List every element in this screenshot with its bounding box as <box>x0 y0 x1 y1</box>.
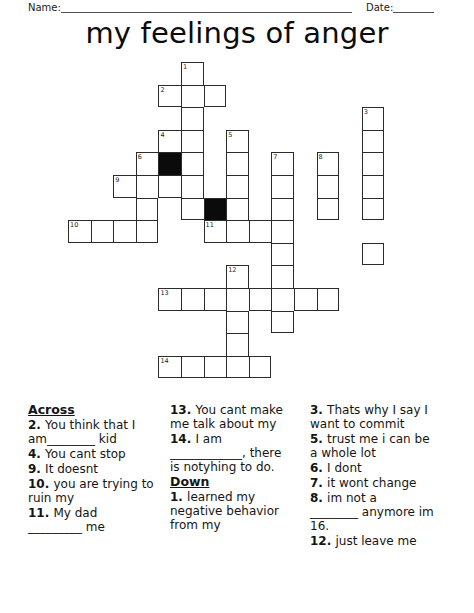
cell-r10c6[interactable] <box>204 288 227 311</box>
empty-space <box>136 311 159 334</box>
clue-number-13: 13 <box>160 289 168 297</box>
clue-12: 12. just leave me <box>310 534 470 548</box>
empty-space <box>294 130 317 153</box>
empty-space <box>158 198 181 221</box>
cell-r1c6[interactable] <box>204 85 227 108</box>
empty-space <box>113 288 136 311</box>
empty-space <box>181 333 204 356</box>
cell-r3c7[interactable]: 5 <box>226 130 249 153</box>
empty-space <box>91 311 114 334</box>
empty-space <box>68 265 91 288</box>
clue-10: 10. you are trying to ruin my <box>28 477 178 505</box>
empty-space <box>339 311 362 334</box>
empty-space <box>68 311 91 334</box>
clue-number-3: 3 <box>364 108 368 116</box>
empty-space <box>91 265 114 288</box>
empty-space <box>158 311 181 334</box>
empty-space <box>68 333 91 356</box>
empty-space <box>91 107 114 130</box>
empty-space <box>362 220 385 243</box>
empty-space <box>136 333 159 356</box>
cell-r13c6[interactable] <box>204 356 227 379</box>
empty-space <box>339 356 362 379</box>
clue-number-2: 2 <box>160 86 164 94</box>
empty-space <box>113 85 136 108</box>
empty-space <box>113 333 136 356</box>
empty-space <box>204 243 227 266</box>
empty-space <box>204 265 227 288</box>
clue-8: 8. im not a ________ anymore im 16. <box>310 491 470 533</box>
cell-r7c1[interactable] <box>91 220 114 243</box>
cell-r7c7[interactable] <box>226 220 249 243</box>
empty-space <box>136 107 159 130</box>
clue-column-down: 3. Thats why I say I want to commit5. tr… <box>310 403 470 549</box>
puzzle-title: my feelings of anger <box>0 16 474 50</box>
cell-r13c5[interactable] <box>181 356 204 379</box>
cell-r5c2[interactable]: 9 <box>113 175 136 198</box>
empty-space <box>294 175 317 198</box>
cell-r2c5[interactable] <box>181 107 204 130</box>
clue-number-1: 1 <box>183 63 187 71</box>
empty-space <box>158 62 181 85</box>
cell-r13c4[interactable]: 14 <box>158 356 181 379</box>
cell-r10c7[interactable] <box>226 288 249 311</box>
cell-r4c11[interactable]: 8 <box>317 152 340 175</box>
cell-r8c9[interactable] <box>271 243 294 266</box>
empty-space <box>226 107 249 130</box>
empty-space <box>339 152 362 175</box>
clue-number-11: 11 <box>206 221 214 229</box>
empty-space <box>294 356 317 379</box>
empty-space <box>294 85 317 108</box>
cell-r7c0[interactable]: 10 <box>68 220 91 243</box>
empty-space <box>271 130 294 153</box>
crossword-grid: 1234567891011121314 <box>68 62 384 378</box>
empty-space <box>158 107 181 130</box>
empty-space <box>158 220 181 243</box>
empty-space <box>136 243 159 266</box>
cell-r3c4[interactable]: 4 <box>158 130 181 153</box>
clue-3: 3. Thats why I say I want to commit <box>310 403 470 431</box>
cell-r3c5[interactable] <box>181 130 204 153</box>
empty-space <box>339 220 362 243</box>
cell-r12c7[interactable] <box>226 333 249 356</box>
empty-space <box>113 356 136 379</box>
across-heading: Across <box>28 403 178 417</box>
empty-space <box>113 198 136 221</box>
cell-r4c13[interactable] <box>362 152 385 175</box>
empty-space <box>317 85 340 108</box>
clue-number-10: 10 <box>70 221 78 229</box>
empty-space <box>91 85 114 108</box>
empty-space <box>339 333 362 356</box>
empty-space <box>113 62 136 85</box>
cell-r4c5[interactable] <box>181 152 204 175</box>
empty-space <box>136 265 159 288</box>
cell-r9c9[interactable] <box>271 265 294 288</box>
empty-space <box>317 356 340 379</box>
empty-space <box>317 243 340 266</box>
empty-space <box>91 356 114 379</box>
empty-space <box>339 62 362 85</box>
clue-13: 13. You cant make me talk about my <box>170 403 310 431</box>
clue-number-8: 8 <box>319 153 323 161</box>
name-blank-line <box>61 1 352 13</box>
empty-space <box>249 130 272 153</box>
empty-space <box>362 333 385 356</box>
empty-space <box>158 333 181 356</box>
empty-space <box>226 243 249 266</box>
cell-r7c2[interactable] <box>113 220 136 243</box>
empty-space <box>181 220 204 243</box>
cell-r13c8[interactable] <box>249 356 272 379</box>
empty-space <box>113 311 136 334</box>
empty-space <box>136 62 159 85</box>
empty-space <box>317 265 340 288</box>
cell-r10c5[interactable] <box>181 288 204 311</box>
clue-9: 9. It doesnt <box>28 462 178 476</box>
cell-r6c11[interactable] <box>317 198 340 221</box>
empty-space <box>339 288 362 311</box>
cell-r7c6[interactable]: 11 <box>204 220 227 243</box>
empty-space <box>294 311 317 334</box>
empty-space <box>339 198 362 221</box>
cell-r4c7[interactable] <box>226 152 249 175</box>
empty-space <box>294 265 317 288</box>
clue-column-middle: 13. You cant make me talk about my14. I … <box>170 403 310 533</box>
clue-number-6: 6 <box>138 153 142 161</box>
empty-space <box>68 288 91 311</box>
cell-r7c8[interactable] <box>249 220 272 243</box>
clue-number-12: 12 <box>228 266 236 274</box>
cell-r2c13[interactable]: 3 <box>362 107 385 130</box>
empty-space <box>317 62 340 85</box>
empty-space <box>204 152 227 175</box>
empty-space <box>68 198 91 221</box>
cell-r6c5[interactable] <box>181 198 204 221</box>
empty-space <box>91 288 114 311</box>
empty-space <box>91 198 114 221</box>
empty-space <box>204 130 227 153</box>
cell-r10c4[interactable]: 13 <box>158 288 181 311</box>
empty-space <box>136 288 159 311</box>
empty-space <box>362 288 385 311</box>
empty-space <box>113 243 136 266</box>
date-label: Date: <box>366 2 393 13</box>
cell-r7c9[interactable] <box>271 220 294 243</box>
empty-space <box>249 85 272 108</box>
empty-space <box>317 107 340 130</box>
empty-space <box>362 311 385 334</box>
empty-space <box>226 85 249 108</box>
empty-space <box>362 85 385 108</box>
clue-number-9: 9 <box>115 176 119 184</box>
empty-space <box>271 356 294 379</box>
cell-r13c7[interactable] <box>226 356 249 379</box>
clue-11: 11. My dad _________ me <box>28 506 178 534</box>
date-blank-line <box>393 1 434 13</box>
clue-number-5: 5 <box>228 131 232 139</box>
empty-space <box>158 243 181 266</box>
clue-number-14: 14 <box>160 357 168 365</box>
empty-space <box>68 62 91 85</box>
cell-r6c3[interactable] <box>136 198 159 221</box>
empty-space <box>362 356 385 379</box>
empty-space <box>181 243 204 266</box>
clue-number-7: 7 <box>273 153 277 161</box>
empty-space <box>91 333 114 356</box>
empty-space <box>68 243 91 266</box>
empty-space <box>362 62 385 85</box>
empty-space <box>68 356 91 379</box>
empty-space <box>249 333 272 356</box>
empty-space <box>113 152 136 175</box>
cell-r5c4[interactable] <box>158 175 181 198</box>
empty-space <box>226 62 249 85</box>
empty-space <box>113 107 136 130</box>
cell-r4c3[interactable]: 6 <box>136 152 159 175</box>
cell-r5c3[interactable] <box>136 175 159 198</box>
clue-4: 4. You cant stop <box>28 447 178 461</box>
cell-r4c9[interactable]: 7 <box>271 152 294 175</box>
empty-space <box>204 311 227 334</box>
cell-r6c13[interactable] <box>362 198 385 221</box>
empty-space <box>249 175 272 198</box>
cell-r10c9[interactable] <box>271 288 294 311</box>
cell-r10c8[interactable] <box>249 288 272 311</box>
empty-space <box>249 198 272 221</box>
empty-space <box>294 107 317 130</box>
empty-space <box>294 62 317 85</box>
empty-space <box>113 265 136 288</box>
cell-r8c13[interactable] <box>362 243 385 266</box>
empty-space <box>339 107 362 130</box>
empty-space <box>91 152 114 175</box>
empty-space <box>204 175 227 198</box>
empty-space <box>339 85 362 108</box>
clue-6: 6. I dont <box>310 461 470 475</box>
empty-space <box>68 107 91 130</box>
name-label: Name: <box>28 2 61 13</box>
empty-space <box>249 265 272 288</box>
clue-column-across: Across2. You think that I am________ kid… <box>28 403 178 535</box>
empty-space <box>362 265 385 288</box>
empty-space <box>294 220 317 243</box>
clue-number-4: 4 <box>160 131 164 139</box>
clue-14: 14. I am ____________, there is notyhing… <box>170 432 310 474</box>
empty-space <box>204 333 227 356</box>
clue-1: 1. learned my negative behavior from my <box>170 490 310 532</box>
cell-r5c7[interactable] <box>226 175 249 198</box>
empty-space <box>91 130 114 153</box>
cell-r3c13[interactable] <box>362 130 385 153</box>
empty-space <box>68 152 91 175</box>
empty-space <box>91 175 114 198</box>
empty-space <box>113 130 136 153</box>
empty-space <box>294 198 317 221</box>
empty-space <box>339 175 362 198</box>
empty-space <box>271 62 294 85</box>
empty-space <box>136 85 159 108</box>
cell-r11c7[interactable] <box>226 311 249 334</box>
cell-r11c9[interactable] <box>271 311 294 334</box>
empty-space <box>271 85 294 108</box>
cell-r4c4 <box>158 152 181 175</box>
empty-space <box>317 311 340 334</box>
empty-space <box>249 243 272 266</box>
empty-space <box>136 130 159 153</box>
empty-space <box>317 220 340 243</box>
empty-space <box>249 311 272 334</box>
empty-space <box>136 356 159 379</box>
empty-space <box>317 333 340 356</box>
clue-7: 7. it wont change <box>310 476 470 490</box>
empty-space <box>339 130 362 153</box>
empty-space <box>68 175 91 198</box>
empty-space <box>204 62 227 85</box>
clue-2: 2. You think that I am________ kid <box>28 418 178 446</box>
empty-space <box>249 152 272 175</box>
empty-space <box>339 243 362 266</box>
cell-r9c7[interactable]: 12 <box>226 265 249 288</box>
empty-space <box>91 243 114 266</box>
empty-space <box>271 107 294 130</box>
empty-space <box>271 333 294 356</box>
cell-r1c4[interactable]: 2 <box>158 85 181 108</box>
cell-r10c11[interactable] <box>317 288 340 311</box>
clue-5: 5. trust me i can be a whole lot <box>310 432 470 460</box>
cell-r7c3[interactable] <box>136 220 159 243</box>
cell-r5c5[interactable] <box>181 175 204 198</box>
cell-r5c13[interactable] <box>362 175 385 198</box>
empty-space <box>204 107 227 130</box>
empty-space <box>91 62 114 85</box>
empty-space <box>294 243 317 266</box>
cell-r6c9[interactable] <box>271 198 294 221</box>
cell-r6c7[interactable] <box>226 198 249 221</box>
cell-r0c5[interactable]: 1 <box>181 62 204 85</box>
cell-r5c11[interactable] <box>317 175 340 198</box>
empty-space <box>181 265 204 288</box>
empty-space <box>317 130 340 153</box>
cell-r5c9[interactable] <box>271 175 294 198</box>
empty-space <box>158 265 181 288</box>
empty-space <box>294 333 317 356</box>
cell-r1c5[interactable] <box>181 85 204 108</box>
empty-space <box>249 107 272 130</box>
empty-space <box>68 85 91 108</box>
empty-space <box>68 130 91 153</box>
cell-r6c6 <box>204 198 227 221</box>
empty-space <box>294 152 317 175</box>
empty-space <box>181 311 204 334</box>
empty-space <box>249 62 272 85</box>
down-heading: Down <box>170 475 310 489</box>
cell-r10c10[interactable] <box>294 288 317 311</box>
empty-space <box>339 265 362 288</box>
